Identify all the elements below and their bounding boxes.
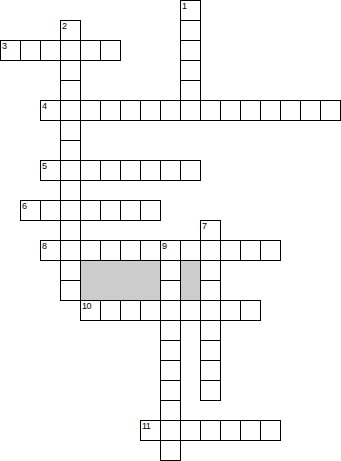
cell-c2-r8[interactable]	[40, 160, 61, 181]
cell-c3-r5[interactable]	[60, 100, 81, 121]
cell-c8-r8[interactable]	[160, 160, 181, 181]
cell-c0-r2[interactable]	[0, 40, 21, 61]
cell-c9-r3[interactable]	[180, 60, 201, 81]
cell-c9-r21[interactable]	[180, 420, 201, 441]
cell-c10-r15[interactable]	[200, 300, 221, 321]
cell-c12-r21[interactable]	[240, 420, 261, 441]
shaded-block-2	[180, 260, 201, 301]
cell-c11-r15[interactable]	[220, 300, 241, 321]
cell-c3-r11[interactable]	[60, 220, 81, 241]
cell-c11-r21[interactable]	[220, 420, 241, 441]
cell-c3-r7[interactable]	[60, 140, 81, 161]
cell-c5-r2[interactable]	[100, 40, 121, 61]
cell-c4-r10[interactable]	[80, 200, 101, 221]
cell-c9-r4[interactable]	[180, 80, 201, 101]
cell-c9-r1[interactable]	[180, 20, 201, 41]
cell-c10-r16[interactable]	[200, 320, 221, 341]
cell-c6-r10[interactable]	[120, 200, 141, 221]
cell-c3-r2[interactable]	[60, 40, 81, 61]
cell-c8-r17[interactable]	[160, 340, 181, 361]
cell-c6-r8[interactable]	[120, 160, 141, 181]
cell-c3-r14[interactable]	[60, 280, 81, 301]
cell-c8-r20[interactable]	[160, 400, 181, 421]
cell-c12-r15[interactable]	[240, 300, 261, 321]
cell-c9-r5[interactable]	[180, 100, 201, 121]
cell-c3-r4[interactable]	[60, 80, 81, 101]
cell-c8-r22[interactable]	[160, 440, 181, 461]
cell-c9-r15[interactable]	[180, 300, 201, 321]
cell-c12-r12[interactable]	[240, 240, 261, 261]
cell-c4-r2[interactable]	[80, 40, 101, 61]
cell-c10-r17[interactable]	[200, 340, 221, 361]
cell-c3-r12[interactable]	[60, 240, 81, 261]
cell-c5-r10[interactable]	[100, 200, 121, 221]
cell-c10-r13[interactable]	[200, 260, 221, 281]
cell-c12-r5[interactable]	[240, 100, 261, 121]
cell-c5-r12[interactable]	[100, 240, 121, 261]
cell-c3-r3[interactable]	[60, 60, 81, 81]
cell-c8-r5[interactable]	[160, 100, 181, 121]
cell-c9-r0[interactable]	[180, 0, 201, 21]
cell-c7-r15[interactable]	[140, 300, 161, 321]
cell-c6-r15[interactable]	[120, 300, 141, 321]
cell-c7-r5[interactable]	[140, 100, 161, 121]
cell-c2-r12[interactable]	[40, 240, 61, 261]
cell-c15-r5[interactable]	[300, 100, 321, 121]
cell-c10-r14[interactable]	[200, 280, 221, 301]
cell-c3-r13[interactable]	[60, 260, 81, 281]
cell-c10-r18[interactable]	[200, 360, 221, 381]
cell-c13-r21[interactable]	[260, 420, 281, 441]
cell-c7-r21[interactable]	[140, 420, 161, 441]
cell-c4-r15[interactable]	[80, 300, 101, 321]
cell-c7-r12[interactable]	[140, 240, 161, 261]
cell-c3-r10[interactable]	[60, 200, 81, 221]
cell-c13-r12[interactable]	[260, 240, 281, 261]
cell-c3-r8[interactable]	[60, 160, 81, 181]
cell-c7-r10[interactable]	[140, 200, 161, 221]
cell-c3-r6[interactable]	[60, 120, 81, 141]
cell-c8-r18[interactable]	[160, 360, 181, 381]
cell-c10-r5[interactable]	[200, 100, 221, 121]
cell-c2-r10[interactable]	[40, 200, 61, 221]
cell-c8-r15[interactable]	[160, 300, 181, 321]
cell-c9-r12[interactable]	[180, 240, 201, 261]
crossword-board: 1234567891011	[0, 0, 341, 461]
cell-c10-r19[interactable]	[200, 380, 221, 401]
cell-c1-r10[interactable]	[20, 200, 41, 221]
cell-c14-r5[interactable]	[280, 100, 301, 121]
cell-c10-r12[interactable]	[200, 240, 221, 261]
shaded-block-1	[80, 260, 161, 301]
cell-c6-r5[interactable]	[120, 100, 141, 121]
cell-c5-r5[interactable]	[100, 100, 121, 121]
cell-c8-r21[interactable]	[160, 420, 181, 441]
cell-c1-r2[interactable]	[20, 40, 41, 61]
cell-c9-r8[interactable]	[180, 160, 201, 181]
cell-c7-r8[interactable]	[140, 160, 161, 181]
cell-c3-r9[interactable]	[60, 180, 81, 201]
cell-c13-r5[interactable]	[260, 100, 281, 121]
cell-c2-r2[interactable]	[40, 40, 61, 61]
cell-c8-r12[interactable]	[160, 240, 181, 261]
cell-c4-r8[interactable]	[80, 160, 101, 181]
cell-c6-r12[interactable]	[120, 240, 141, 261]
cell-c5-r15[interactable]	[100, 300, 121, 321]
cell-c10-r21[interactable]	[200, 420, 221, 441]
cell-c11-r12[interactable]	[220, 240, 241, 261]
cell-c4-r12[interactable]	[80, 240, 101, 261]
cell-c5-r8[interactable]	[100, 160, 121, 181]
cell-c11-r5[interactable]	[220, 100, 241, 121]
cell-c8-r13[interactable]	[160, 260, 181, 281]
cell-c9-r2[interactable]	[180, 40, 201, 61]
cell-c3-r1[interactable]	[60, 20, 81, 41]
cell-c16-r5[interactable]	[320, 100, 341, 121]
cell-c8-r14[interactable]	[160, 280, 181, 301]
cell-c8-r16[interactable]	[160, 320, 181, 341]
cell-c4-r5[interactable]	[80, 100, 101, 121]
cell-c2-r5[interactable]	[40, 100, 61, 121]
cell-c10-r11[interactable]	[200, 220, 221, 241]
cell-c8-r19[interactable]	[160, 380, 181, 401]
